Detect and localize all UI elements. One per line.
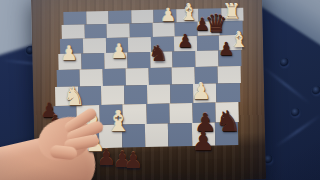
square-c3[interactable]	[101, 86, 124, 105]
dark-pawn-captured-near-frame[interactable]: ♟	[123, 150, 143, 172]
dark-pawn-f6[interactable]: ♟	[177, 32, 193, 50]
leather-crease	[262, 66, 311, 105]
square-b8[interactable]	[86, 11, 109, 25]
square-f2[interactable]	[169, 103, 193, 124]
square-f5[interactable]	[173, 51, 196, 68]
square-c4[interactable]	[103, 69, 126, 87]
dark-pawn-g1[interactable]: ♟	[191, 128, 214, 154]
square-e2[interactable]	[146, 103, 170, 124]
square-d3[interactable]	[124, 85, 147, 104]
square-b5[interactable]	[81, 53, 104, 70]
dark-queen-g7[interactable]: ♛	[205, 11, 227, 36]
square-c7[interactable]	[107, 23, 130, 38]
white-pawn-c5[interactable]: ♟	[110, 41, 128, 61]
tuft-button	[312, 86, 320, 95]
square-d4[interactable]	[126, 68, 149, 86]
square-f1[interactable]	[168, 123, 192, 147]
white-pawn-e8[interactable]: ♟	[160, 6, 176, 24]
white-pawn-a5[interactable]: ♟	[60, 43, 78, 63]
tuft-button	[280, 58, 289, 67]
photo-stage: ♜♝♟♟♛♟♝♟♟♟♞♟♞♟♟♟♟♝♞♟♟♟♟♟ ♟	[0, 0, 320, 180]
square-d8[interactable]	[131, 10, 154, 24]
square-e1[interactable]	[145, 124, 169, 148]
square-d7[interactable]	[129, 23, 152, 38]
square-h3[interactable]	[216, 83, 239, 102]
square-e3[interactable]	[147, 85, 170, 104]
tuft-button	[291, 108, 300, 117]
dark-knight-e5[interactable]: ♞	[148, 43, 168, 65]
square-a8[interactable]	[63, 11, 86, 25]
square-b7[interactable]	[84, 24, 107, 39]
square-h4[interactable]	[218, 66, 241, 84]
square-d5[interactable]	[127, 52, 150, 69]
dark-pawn-h6[interactable]: ♟	[218, 40, 234, 58]
thumb	[49, 145, 77, 161]
square-e4[interactable]	[149, 67, 172, 85]
square-c8[interactable]	[108, 10, 131, 24]
white-bishop-c2[interactable]: ♝	[105, 107, 131, 136]
square-b6[interactable]	[83, 38, 106, 54]
square-g5[interactable]	[195, 50, 218, 67]
white-knight-a3[interactable]: ♞	[63, 84, 85, 109]
white-pawn-g3[interactable]: ♟	[191, 81, 211, 103]
dark-knight-h2[interactable]: ♞	[215, 107, 241, 136]
leather-crease	[274, 114, 320, 148]
square-a7[interactable]	[62, 24, 85, 39]
